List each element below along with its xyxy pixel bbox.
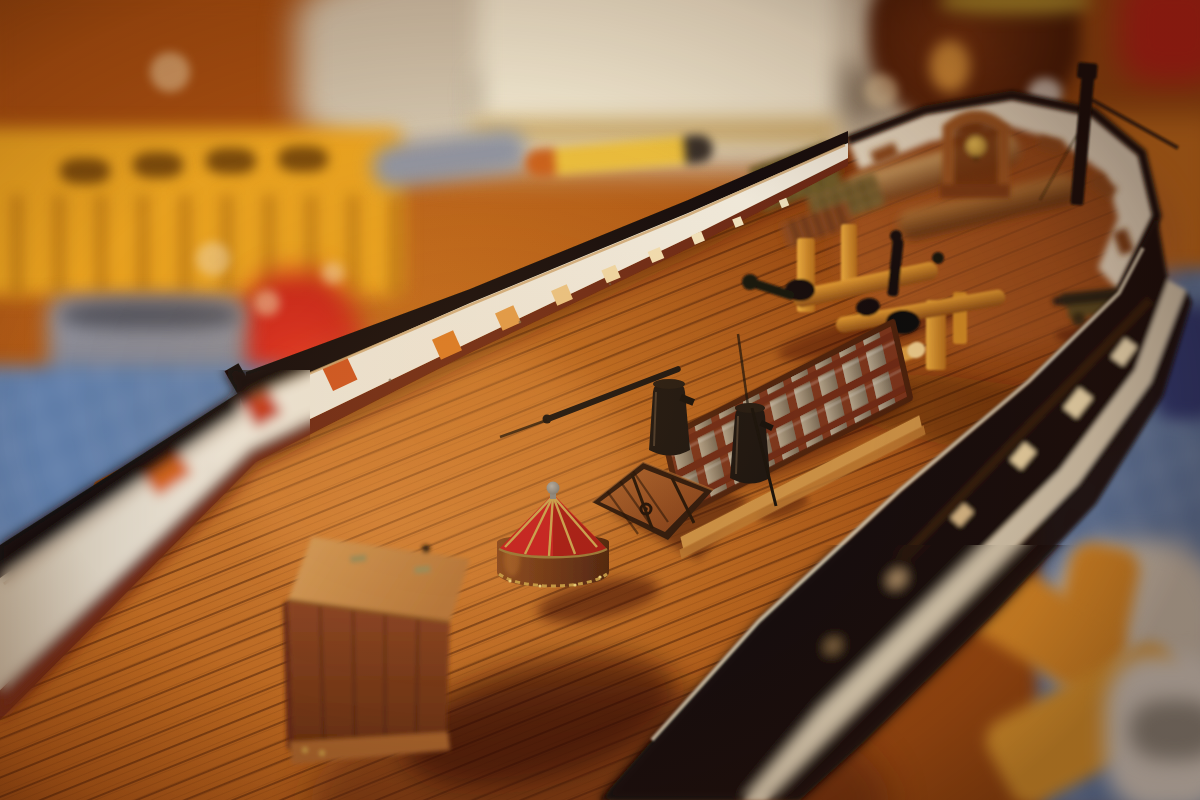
ship-model (0, 0, 1200, 800)
binnacle-finial (547, 482, 560, 495)
storage-chest (283, 537, 470, 764)
chest-front (288, 600, 450, 754)
bell (966, 136, 986, 156)
belfry (940, 116, 1010, 198)
workbench-photo (0, 0, 1200, 800)
